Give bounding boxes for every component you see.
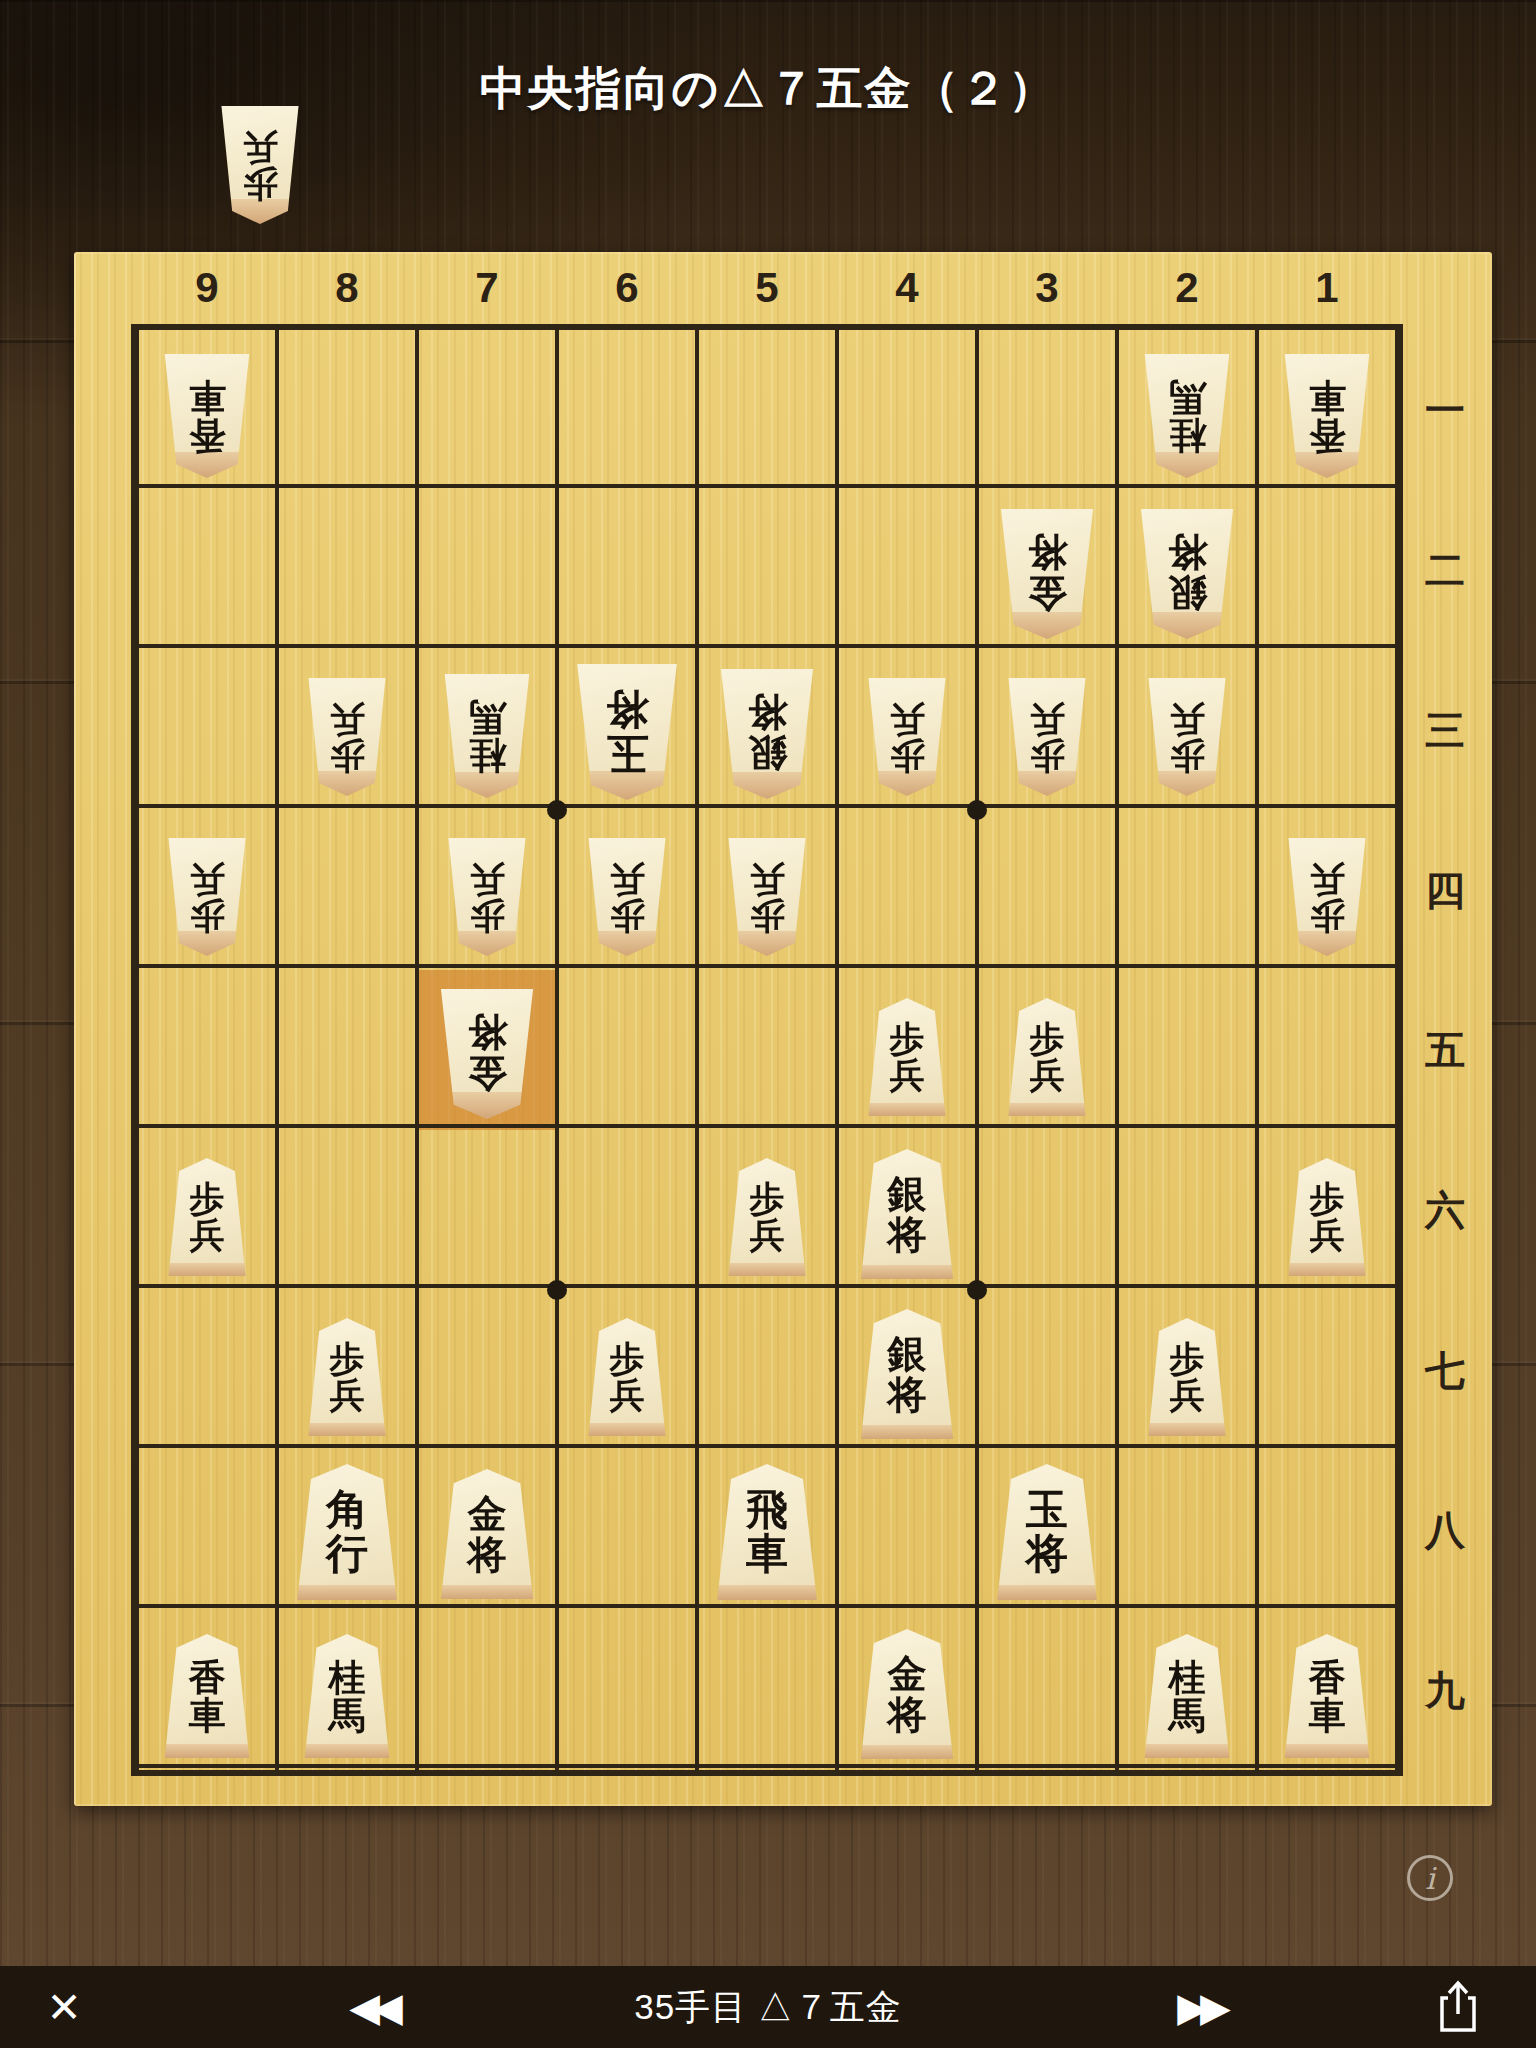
piece-kanji: 香車 (1309, 378, 1346, 455)
rank-label-1: 一 (1425, 383, 1465, 438)
piece-歩兵-gote: 歩兵 (1006, 678, 1088, 796)
square-7-8: 金将 (417, 1450, 557, 1610)
square-2-9: 桂馬 (1117, 1610, 1257, 1770)
square-4-6: 銀将 (837, 1130, 977, 1290)
file-label-2: 2 (1175, 264, 1198, 312)
info-button[interactable]: i (1407, 1855, 1453, 1901)
square-9-4: 歩兵 (137, 810, 277, 970)
piece-歩兵-gote: 歩兵 (1146, 678, 1228, 796)
piece-kanji: 歩兵 (1170, 701, 1205, 774)
piece-kanji: 玉将 (606, 688, 648, 775)
piece-歩兵-gote: 歩兵 (1286, 838, 1368, 956)
piece-kanji: 歩兵 (1030, 701, 1065, 774)
piece-kanji: 香車 (189, 1658, 226, 1735)
square-8-8: 角行 (277, 1450, 417, 1610)
piece-kanji: 金将 (888, 1653, 927, 1734)
square-8-3: 歩兵 (277, 650, 417, 810)
piece-歩兵-gote: 歩兵 (166, 838, 248, 956)
piece-香車-gote: 香車 (1282, 354, 1372, 478)
piece-桂馬-sente: 桂馬 (302, 1634, 392, 1758)
piece-kanji: 金将 (468, 1493, 507, 1574)
square-2-7: 歩兵 (1117, 1290, 1257, 1450)
piece-玉将-gote: 玉将 (574, 664, 680, 800)
rank-label-7: 七 (1425, 1343, 1465, 1398)
previous-move-icon[interactable]: ◀◀ (312, 1966, 440, 2048)
piece-kanji: 桂馬 (1169, 378, 1206, 455)
piece-kanji: 歩兵 (610, 1341, 645, 1414)
gote-hand-tray: 歩兵 (150, 102, 314, 242)
piece-金将-gote: 金将 (998, 509, 1096, 639)
square-3-2: 金将 (977, 490, 1117, 650)
square-6-3: 玉将 (557, 650, 697, 810)
rank-label-4: 四 (1425, 863, 1465, 918)
close-icon[interactable]: ✕ (24, 1966, 104, 2048)
piece-歩兵-sente: 歩兵 (306, 1318, 388, 1436)
piece-飛車-sente: 飛車 (714, 1464, 820, 1600)
piece-kanji: 銀将 (748, 693, 787, 774)
square-2-3: 歩兵 (1117, 650, 1257, 810)
piece-歩兵-gote: 歩兵 (866, 678, 948, 796)
gote-hand-piece: 歩兵 (190, 78, 330, 238)
piece-kanji: 歩兵 (470, 861, 505, 934)
square-1-4: 歩兵 (1257, 810, 1397, 970)
square-1-9: 香車 (1257, 1610, 1397, 1770)
rank-label-9: 九 (1425, 1663, 1465, 1718)
square-8-9: 桂馬 (277, 1610, 417, 1770)
square-4-3: 歩兵 (837, 650, 977, 810)
piece-銀将-sente: 銀将 (858, 1149, 956, 1279)
file-label-3: 3 (1035, 264, 1058, 312)
piece-歩兵-sente: 歩兵 (866, 998, 948, 1116)
share-icon[interactable] (1410, 1966, 1506, 2048)
piece-香車-gote: 香車 (162, 354, 252, 478)
piece-kanji: 香車 (1309, 1658, 1346, 1735)
square-3-5: 歩兵 (977, 970, 1117, 1130)
piece-歩兵-sente: 歩兵 (726, 1158, 808, 1276)
file-label-7: 7 (475, 264, 498, 312)
square-9-6: 歩兵 (137, 1130, 277, 1290)
piece-歩兵-gote: 歩兵 (586, 838, 668, 956)
square-5-6: 歩兵 (697, 1130, 837, 1290)
piece-kanji: 銀将 (888, 1173, 927, 1254)
square-6-4: 歩兵 (557, 810, 697, 970)
piece-金将-gote: 金将 (438, 989, 536, 1119)
square-4-7: 銀将 (837, 1290, 977, 1450)
rank-label-6: 六 (1425, 1183, 1465, 1238)
piece-kanji: 歩兵 (750, 1181, 785, 1254)
piece-香車-sente: 香車 (1282, 1634, 1372, 1758)
square-7-4: 歩兵 (417, 810, 557, 970)
square-2-2: 銀将 (1117, 490, 1257, 650)
square-3-8: 玉将 (977, 1450, 1117, 1610)
piece-金将-sente: 金将 (438, 1469, 536, 1599)
piece-kanji: 歩兵 (750, 861, 785, 934)
piece-銀将-sente: 銀将 (858, 1309, 956, 1439)
piece-歩兵-gote: 歩兵 (726, 838, 808, 956)
file-label-8: 8 (335, 264, 358, 312)
piece-kanji: 玉将 (1026, 1488, 1068, 1575)
square-7-3: 桂馬 (417, 650, 557, 810)
piece-銀将-gote: 銀将 (718, 669, 816, 799)
bottom-toolbar: ✕ ◀◀ 35手目 △７五金 ▶▶ (0, 1966, 1536, 2048)
piece-歩兵-sente: 歩兵 (1146, 1318, 1228, 1436)
rank-label-8: 八 (1425, 1503, 1465, 1558)
piece-kanji: 歩兵 (890, 1021, 925, 1094)
piece-銀将-gote: 銀将 (1138, 509, 1236, 639)
piece-kanji: 歩兵 (243, 129, 278, 202)
piece-kanji: 桂馬 (1169, 1658, 1206, 1735)
piece-歩兵-sente: 歩兵 (1286, 1158, 1368, 1276)
piece-kanji: 歩兵 (1030, 1021, 1065, 1094)
piece-kanji: 歩兵 (890, 701, 925, 774)
piece-kanji: 金将 (468, 1013, 507, 1094)
piece-金将-sente: 金将 (858, 1629, 956, 1759)
square-5-8: 飛車 (697, 1450, 837, 1610)
piece-玉将-sente: 玉将 (994, 1464, 1100, 1600)
square-5-4: 歩兵 (697, 810, 837, 970)
piece-kanji: 歩兵 (330, 1341, 365, 1414)
piece-kanji: 香車 (189, 378, 226, 455)
file-label-1: 1 (1315, 264, 1338, 312)
square-3-3: 歩兵 (977, 650, 1117, 810)
square-4-9: 金将 (837, 1610, 977, 1770)
piece-kanji: 桂馬 (329, 1658, 366, 1735)
piece-桂馬-gote: 桂馬 (1142, 354, 1232, 478)
piece-kanji: 角行 (326, 1488, 368, 1575)
square-8-7: 歩兵 (277, 1290, 417, 1450)
piece-kanji: 金将 (1028, 533, 1067, 614)
rank-label-5: 五 (1425, 1023, 1465, 1078)
square-4-5: 歩兵 (837, 970, 977, 1130)
piece-歩兵-gote: 歩兵 (219, 106, 301, 224)
piece-歩兵-sente: 歩兵 (586, 1318, 668, 1436)
piece-歩兵-gote: 歩兵 (306, 678, 388, 796)
rank-label-2: 二 (1425, 543, 1465, 598)
square-5-3: 銀将 (697, 650, 837, 810)
move-status-label: 35手目 △７五金 (0, 1966, 1536, 2048)
file-label-6: 6 (615, 264, 638, 312)
square-6-7: 歩兵 (557, 1290, 697, 1450)
piece-kanji: 桂馬 (469, 698, 506, 775)
next-move-icon[interactable]: ▶▶ (1140, 1966, 1268, 2048)
file-label-4: 4 (895, 264, 918, 312)
square-1-1: 香車 (1257, 330, 1397, 490)
piece-桂馬-gote: 桂馬 (442, 674, 532, 798)
file-label-5: 5 (755, 264, 778, 312)
square-9-1: 香車 (137, 330, 277, 490)
piece-歩兵-sente: 歩兵 (1006, 998, 1088, 1116)
piece-香車-sente: 香車 (162, 1634, 252, 1758)
square-1-6: 歩兵 (1257, 1130, 1397, 1290)
piece-kanji: 歩兵 (1310, 861, 1345, 934)
piece-角行-sente: 角行 (294, 1464, 400, 1600)
square-9-9: 香車 (137, 1610, 277, 1770)
piece-kanji: 歩兵 (1170, 1341, 1205, 1414)
piece-歩兵-gote: 歩兵 (446, 838, 528, 956)
piece-kanji: 歩兵 (190, 861, 225, 934)
app-screen: 中央指向の△７五金（２） 歩兵 987654321一二三四五六七八九 香車桂馬香… (0, 0, 1536, 2048)
square-7-5: 金将 (417, 970, 557, 1130)
square-2-1: 桂馬 (1117, 330, 1257, 490)
piece-kanji: 歩兵 (190, 1181, 225, 1254)
piece-kanji: 飛車 (746, 1488, 788, 1575)
piece-歩兵-sente: 歩兵 (166, 1158, 248, 1276)
piece-kanji: 歩兵 (1310, 1181, 1345, 1254)
rank-label-3: 三 (1425, 703, 1465, 758)
piece-kanji: 銀将 (888, 1333, 927, 1414)
file-label-9: 9 (195, 264, 218, 312)
piece-kanji: 歩兵 (610, 861, 645, 934)
piece-桂馬-sente: 桂馬 (1142, 1634, 1232, 1758)
piece-kanji: 歩兵 (330, 701, 365, 774)
piece-kanji: 銀将 (1168, 533, 1207, 614)
